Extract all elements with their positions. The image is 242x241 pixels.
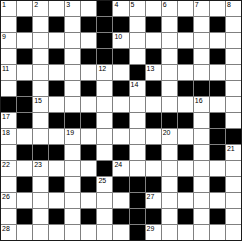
clue-number-18: 18 (2, 129, 10, 137)
cell-r6c14-block (210, 81, 225, 96)
clue-number-6: 6 (163, 1, 167, 9)
cell-r13c12[interactable] (178, 193, 193, 208)
cell-r7c10[interactable] (146, 97, 161, 112)
cell-r12c10-block (146, 177, 161, 192)
clue-number-24: 24 (114, 161, 122, 169)
cell-r4c12-block (178, 49, 193, 64)
clue-number-10: 10 (114, 33, 122, 41)
cell-r6c2-block (17, 81, 32, 96)
clue-number-12: 12 (98, 65, 106, 73)
cell-r13c14[interactable] (210, 193, 225, 208)
cell-r12c2-block (17, 177, 32, 192)
clue-number-22: 22 (2, 161, 10, 169)
cell-r3c2[interactable] (17, 33, 32, 48)
cell-r6c9[interactable]: 14 (130, 81, 145, 96)
cell-r9c3[interactable] (33, 129, 48, 144)
cell-r5c3[interactable] (33, 65, 48, 80)
clue-number-29: 29 (147, 225, 155, 233)
cell-r1c12[interactable] (178, 1, 193, 16)
cell-r4c2-block (17, 49, 32, 64)
cell-r13c15[interactable] (226, 193, 241, 208)
cell-r6c8-block (113, 81, 128, 96)
cell-r6c11[interactable] (162, 81, 177, 96)
cell-r8c6-block (81, 113, 96, 128)
cell-r10c15[interactable]: 21 (226, 145, 241, 160)
cell-r9c5[interactable]: 19 (65, 129, 80, 144)
cell-r3c8[interactable]: 10 (113, 33, 128, 48)
cell-r4c10-block (146, 49, 161, 64)
cell-r15c12[interactable] (178, 225, 193, 240)
cell-r3c5[interactable] (65, 33, 80, 48)
cell-r14c5[interactable] (65, 209, 80, 224)
cell-r2c3[interactable] (33, 17, 48, 32)
cell-r3c15[interactable] (226, 33, 241, 48)
cell-r4c11[interactable] (162, 49, 177, 64)
cell-r1c9[interactable]: 5 (130, 1, 145, 16)
cell-r7c12[interactable] (178, 97, 193, 112)
cell-r7c14[interactable] (210, 97, 225, 112)
cell-r10c1[interactable] (1, 145, 16, 160)
cell-r13c7[interactable] (97, 193, 112, 208)
cell-r5c2[interactable] (17, 65, 32, 80)
clue-number-4: 4 (114, 1, 118, 9)
cell-r14c10-block (146, 209, 161, 224)
cell-r12c1[interactable] (1, 177, 16, 192)
cell-r9c9[interactable] (130, 129, 145, 144)
cell-r12c6-block (81, 177, 96, 192)
cell-r14c13[interactable] (194, 209, 209, 224)
cell-r10c3-block (33, 145, 48, 160)
cell-r11c10[interactable] (146, 161, 161, 176)
cell-r2c15[interactable] (226, 17, 241, 32)
cell-r4c13[interactable] (194, 49, 209, 64)
clue-number-1: 1 (2, 1, 6, 9)
cell-r7c1-block (1, 97, 16, 112)
cell-r7c8[interactable] (113, 97, 128, 112)
cell-r13c13[interactable] (194, 193, 209, 208)
cell-r1c15[interactable]: 8 (226, 1, 241, 16)
cell-r12c3[interactable] (33, 177, 48, 192)
cell-r1c8[interactable]: 4 (113, 1, 128, 16)
cell-r11c7-block (97, 161, 112, 176)
cell-r8c11-block (162, 113, 177, 128)
cell-r3c3[interactable] (33, 33, 48, 48)
clue-number-11: 11 (2, 65, 9, 73)
cell-r1c10[interactable] (146, 1, 161, 16)
cell-r11c9[interactable] (130, 161, 145, 176)
cell-r10c11[interactable] (162, 145, 177, 160)
cell-r9c12[interactable] (178, 129, 193, 144)
cell-r10c2-block (17, 145, 32, 160)
cell-r3c7-block (97, 33, 112, 48)
cell-r12c8-block (113, 177, 128, 192)
cell-r14c9-block (130, 209, 145, 224)
cell-r14c15[interactable] (226, 209, 241, 224)
cell-r2c1[interactable] (1, 17, 16, 32)
cell-r12c11[interactable] (162, 177, 177, 192)
cell-r9c2[interactable] (17, 129, 32, 144)
cell-r14c2-block (17, 209, 32, 224)
cell-r2c14-block (210, 17, 225, 32)
cell-r5c12[interactable] (178, 65, 193, 80)
cell-r5c7[interactable]: 12 (97, 65, 112, 80)
cell-r7c9[interactable] (130, 97, 145, 112)
cell-r4c4-block (49, 49, 64, 64)
cell-r2c10-block (146, 17, 161, 32)
cell-r14c1[interactable] (1, 209, 16, 224)
cell-r13c8[interactable] (113, 193, 128, 208)
cell-r9c8[interactable] (113, 129, 128, 144)
cell-r11c13[interactable] (194, 161, 209, 176)
cell-r11c6[interactable] (81, 161, 96, 176)
cell-r15c10[interactable]: 29 (146, 225, 161, 240)
cell-r2c9[interactable] (130, 17, 145, 32)
cell-r12c7[interactable]: 25 (97, 177, 112, 192)
cell-r2c11[interactable] (162, 17, 177, 32)
clue-number-23: 23 (34, 161, 42, 169)
cell-r13c4[interactable] (49, 193, 64, 208)
clue-number-13: 13 (147, 65, 155, 73)
cell-r5c8[interactable] (113, 65, 128, 80)
cell-r15c14[interactable] (210, 225, 225, 240)
cell-r1c13[interactable]: 7 (194, 1, 209, 16)
cell-r3c13[interactable] (194, 33, 209, 48)
cell-r1c6[interactable] (81, 1, 96, 16)
cell-r7c6[interactable] (81, 97, 96, 112)
cell-r9c13[interactable] (194, 129, 209, 144)
cell-r9c15-block (226, 129, 241, 144)
clue-number-16: 16 (195, 97, 203, 105)
cell-r9c1[interactable]: 18 (1, 129, 16, 144)
clue-number-25: 25 (98, 177, 106, 185)
cell-r14c6-block (81, 209, 96, 224)
clue-number-19: 19 (66, 129, 74, 137)
cell-r6c10-block (146, 81, 161, 96)
cell-r15c13[interactable] (194, 225, 209, 240)
cell-r7c11[interactable] (162, 97, 177, 112)
cell-r3c6[interactable] (81, 33, 96, 48)
cell-r15c1[interactable]: 28 (1, 225, 16, 240)
cell-r15c2[interactable] (17, 225, 32, 240)
clue-number-28: 28 (2, 225, 10, 233)
cell-r1c14[interactable] (210, 1, 225, 16)
cell-r14c3[interactable] (33, 209, 48, 224)
cell-r11c12[interactable] (178, 161, 193, 176)
cell-r5c6[interactable] (81, 65, 96, 80)
cell-r7c15[interactable] (226, 97, 241, 112)
cell-r1c4[interactable] (49, 1, 64, 16)
cell-r8c13[interactable] (194, 113, 209, 128)
cell-r3c11[interactable] (162, 33, 177, 48)
cell-r5c14[interactable] (210, 65, 225, 80)
cell-r10c8-block (113, 145, 128, 160)
cell-r1c7-block (97, 1, 112, 16)
cell-r3c1[interactable]: 9 (1, 33, 16, 48)
crossword-grid: 1234567891011121314151617181920212223242… (0, 0, 242, 241)
cell-r6c7[interactable] (97, 81, 112, 96)
cell-r12c12-block (178, 177, 193, 192)
cell-r4c14-block (210, 49, 225, 64)
cell-r1c5[interactable]: 3 (65, 1, 80, 16)
cell-r6c13-block (194, 81, 209, 96)
cell-r8c10-block (146, 113, 161, 128)
cell-r8c15[interactable] (226, 113, 241, 128)
cell-r2c4-block (49, 17, 64, 32)
cell-r8c1[interactable]: 17 (1, 113, 16, 128)
cell-r8c8-block (113, 113, 128, 128)
cell-r6c4-block (49, 81, 64, 96)
cell-r3c14[interactable] (210, 33, 225, 48)
cell-r10c7[interactable] (97, 145, 112, 160)
cell-r5c13[interactable] (194, 65, 209, 80)
cell-r11c15[interactable] (226, 161, 241, 176)
cell-r7c3[interactable]: 15 (33, 97, 48, 112)
cell-r5c1[interactable]: 11 (1, 65, 16, 80)
cell-r5c4[interactable] (49, 65, 64, 80)
cell-r15c4[interactable] (49, 225, 64, 240)
cell-r1c2[interactable] (17, 1, 32, 16)
cell-r9c6[interactable] (81, 129, 96, 144)
cell-r4c9[interactable] (130, 49, 145, 64)
cell-r6c6-block (81, 81, 96, 96)
cell-r11c11[interactable] (162, 161, 177, 176)
cell-r14c12-block (178, 209, 193, 224)
cell-r15c8[interactable] (113, 225, 128, 240)
clue-number-9: 9 (2, 33, 6, 41)
cell-r7c5[interactable] (65, 97, 80, 112)
cell-r10c14-block (210, 145, 225, 160)
cell-r3c12[interactable] (178, 33, 193, 48)
cell-r3c9[interactable] (130, 33, 145, 48)
clue-number-27: 27 (147, 193, 155, 201)
cell-r10c9[interactable] (130, 145, 145, 160)
cell-r8c2-block (17, 113, 32, 128)
cell-r11c4[interactable] (49, 161, 64, 176)
cell-r13c9-block (130, 193, 145, 208)
cell-r15c3[interactable] (33, 225, 48, 240)
cell-r14c4-block (49, 209, 64, 224)
clue-number-26: 26 (2, 193, 10, 201)
cell-r14c8-block (113, 209, 128, 224)
cell-r13c11[interactable] (162, 193, 177, 208)
cell-r8c4-block (49, 113, 64, 128)
cell-r9c7[interactable] (97, 129, 112, 144)
cell-r15c6[interactable] (81, 225, 96, 240)
clue-number-8: 8 (227, 1, 231, 9)
cell-r15c11[interactable] (162, 225, 177, 240)
cell-r4c1[interactable] (1, 49, 16, 64)
cell-r2c13[interactable] (194, 17, 209, 32)
cell-r5c15[interactable] (226, 65, 241, 80)
cell-r7c2-block (17, 97, 32, 112)
cell-r10c5[interactable] (65, 145, 80, 160)
clue-number-3: 3 (66, 1, 70, 9)
cell-r8c9[interactable] (130, 113, 145, 128)
cell-r4c15[interactable] (226, 49, 241, 64)
cell-r4c8-block (113, 49, 128, 64)
cell-r4c7-block (97, 49, 112, 64)
cell-r12c9-block (130, 177, 145, 192)
cell-r8c3[interactable] (33, 113, 48, 128)
clue-number-17: 17 (2, 113, 10, 121)
cell-r11c5[interactable] (65, 161, 80, 176)
cell-r14c11[interactable] (162, 209, 177, 224)
clue-number-5: 5 (131, 1, 135, 9)
cell-r2c7-block (97, 17, 112, 32)
cell-r8c7[interactable] (97, 113, 112, 128)
cell-r4c3[interactable] (33, 49, 48, 64)
cell-r10c4-block (49, 145, 64, 160)
cell-r2c12-block (178, 17, 193, 32)
clue-number-15: 15 (34, 97, 42, 105)
cell-r7c13[interactable]: 16 (194, 97, 209, 112)
cell-r6c3[interactable] (33, 81, 48, 96)
cell-r10c10-block (146, 145, 161, 160)
cell-r6c1[interactable] (1, 81, 16, 96)
cell-r13c5[interactable] (65, 193, 80, 208)
cell-r13c10[interactable]: 27 (146, 193, 161, 208)
cell-r12c13[interactable] (194, 177, 209, 192)
cell-r15c9-block (130, 225, 145, 240)
cell-r5c10[interactable]: 13 (146, 65, 161, 80)
cell-r4c6-block (81, 49, 96, 64)
cell-r14c14-block (210, 209, 225, 224)
cell-r9c4[interactable] (49, 129, 64, 144)
cell-r7c7[interactable] (97, 97, 112, 112)
cell-r10c13[interactable] (194, 145, 209, 160)
cell-r7c4[interactable] (49, 97, 64, 112)
cell-r2c6-block (81, 17, 96, 32)
clue-number-14: 14 (131, 81, 139, 89)
cell-r11c8[interactable]: 24 (113, 161, 128, 176)
cell-r8c12-block (178, 113, 193, 128)
cell-r3c10[interactable] (146, 33, 161, 48)
cell-r3c4[interactable] (49, 33, 64, 48)
cell-r4c5[interactable] (65, 49, 80, 64)
cell-r12c4-block (49, 177, 64, 192)
cell-r11c3[interactable]: 23 (33, 161, 48, 176)
cell-r8c5-block (65, 113, 80, 128)
cell-r12c14-block (210, 177, 225, 192)
cell-r9c14-block (210, 129, 225, 144)
cell-r10c12-block (178, 145, 193, 160)
cell-r13c6[interactable] (81, 193, 96, 208)
cell-r1c11[interactable]: 6 (162, 1, 177, 16)
cell-r12c5[interactable] (65, 177, 80, 192)
cell-r11c14[interactable] (210, 161, 225, 176)
cell-r2c8-block (113, 17, 128, 32)
cell-r8c14-block (210, 113, 225, 128)
clue-number-21: 21 (227, 145, 235, 153)
cell-r12c15[interactable] (226, 177, 241, 192)
cell-r10c6-block (81, 145, 96, 160)
cell-r11c2[interactable] (17, 161, 32, 176)
cell-r15c5[interactable] (65, 225, 80, 240)
cell-r2c5[interactable] (65, 17, 80, 32)
clue-number-2: 2 (34, 1, 38, 9)
cell-r9c10[interactable] (146, 129, 161, 144)
cell-r6c5[interactable] (65, 81, 80, 96)
cell-r6c12-block (178, 81, 193, 96)
cell-r5c11[interactable] (162, 65, 177, 80)
clue-number-7: 7 (195, 1, 199, 9)
cell-r1c1[interactable]: 1 (1, 1, 16, 16)
cell-r14c7[interactable] (97, 209, 112, 224)
cell-r6c15[interactable] (226, 81, 241, 96)
cell-r15c7[interactable] (97, 225, 112, 240)
cell-r11c1[interactable]: 22 (1, 161, 16, 176)
cell-r13c3[interactable] (33, 193, 48, 208)
cell-r9c11[interactable]: 20 (162, 129, 177, 144)
cell-r15c15[interactable] (226, 225, 241, 240)
cell-r1c3[interactable]: 2 (33, 1, 48, 16)
cell-r13c1[interactable]: 26 (1, 193, 16, 208)
clue-number-20: 20 (163, 129, 171, 137)
cell-r2c2-block (17, 17, 32, 32)
cell-r5c9-block (130, 65, 145, 80)
cell-r5c5[interactable] (65, 65, 80, 80)
cell-r13c2[interactable] (17, 193, 32, 208)
